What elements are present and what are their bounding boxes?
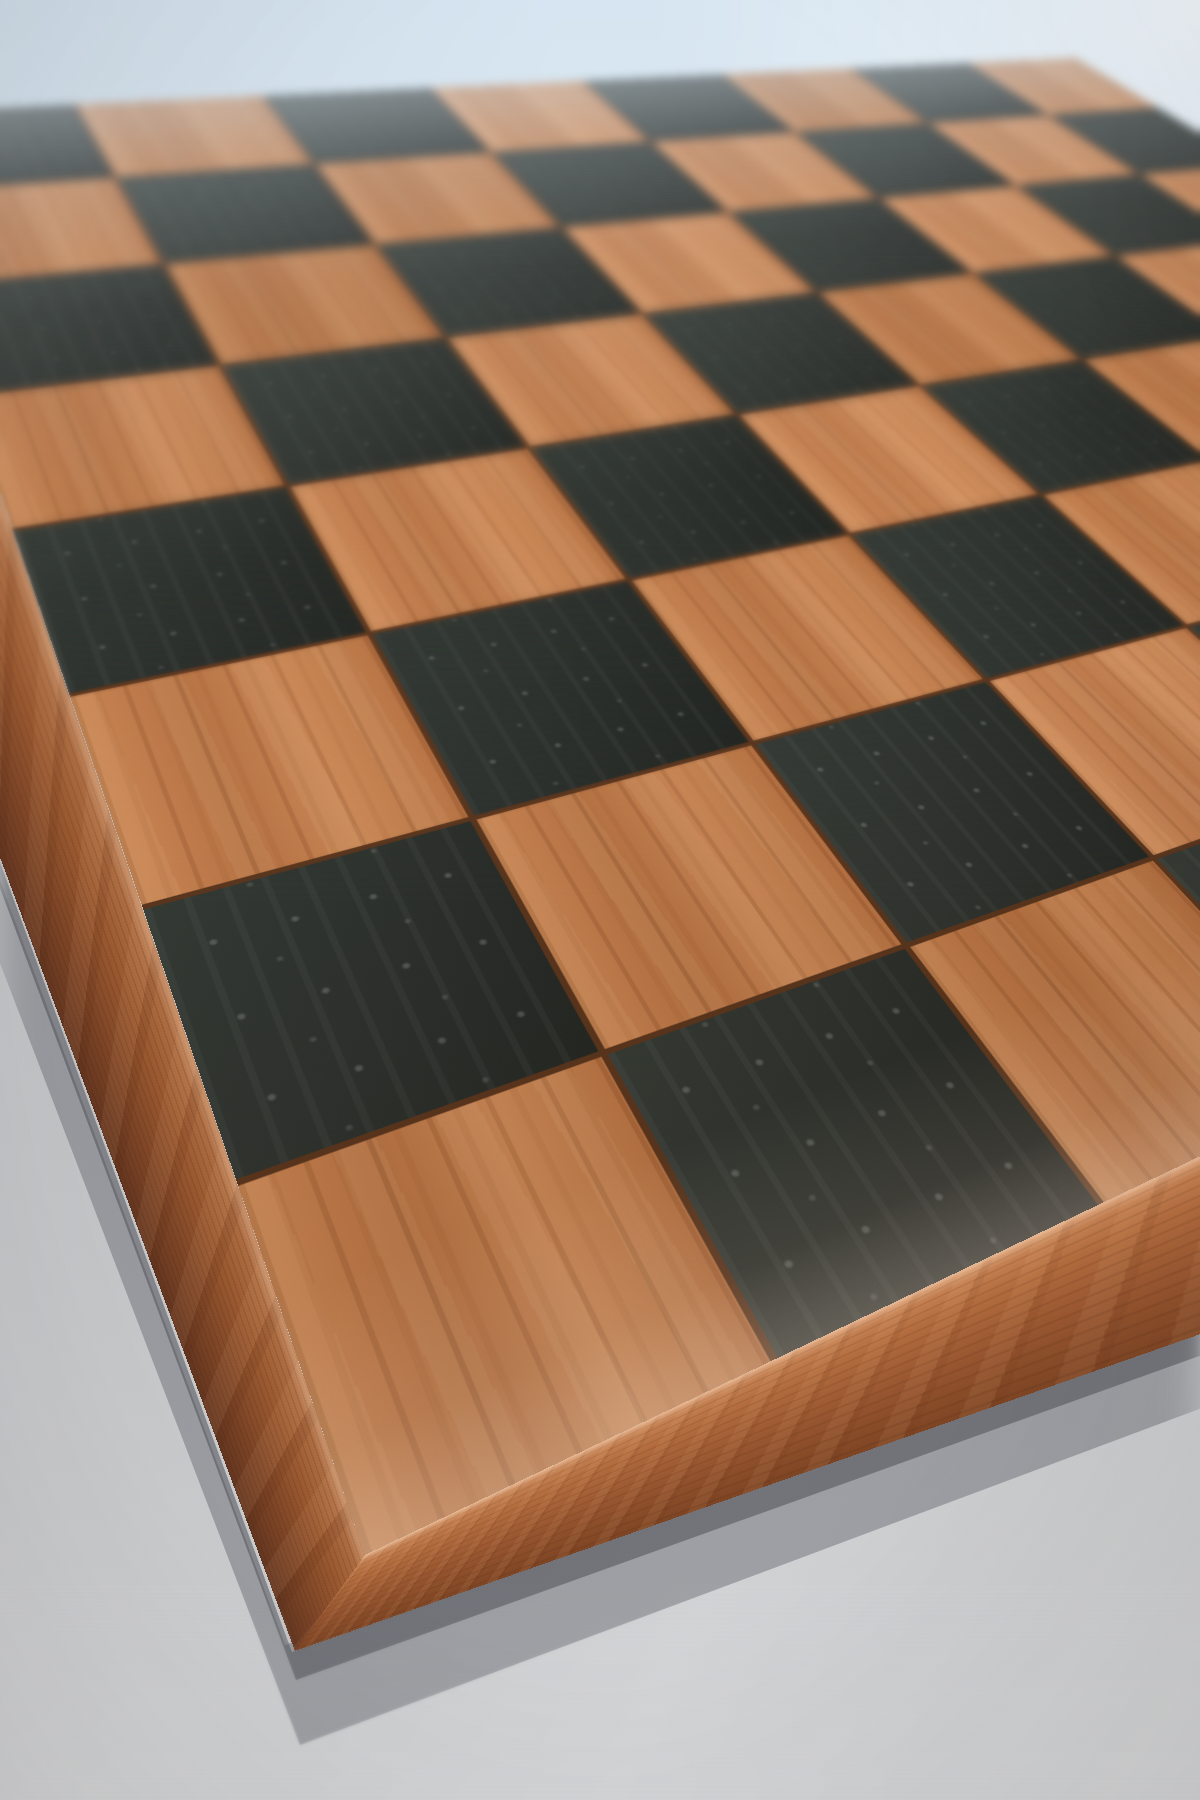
photo-scene <box>0 0 1200 1800</box>
